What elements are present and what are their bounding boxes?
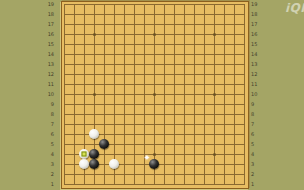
row-label: 5 xyxy=(251,139,265,149)
star-point xyxy=(153,93,156,96)
row-label: 5 xyxy=(40,139,54,149)
row-label: 4 xyxy=(40,149,54,159)
row-label: 16 xyxy=(251,29,265,39)
row-label: 8 xyxy=(40,109,54,119)
row-label: 17 xyxy=(251,19,265,29)
stone-black-D4 xyxy=(89,149,99,159)
stone-black-E5 xyxy=(99,139,109,149)
row-label: 1 xyxy=(251,179,265,189)
row-label: 2 xyxy=(40,169,54,179)
row-labels-right: 19181716151413121110987654321 xyxy=(251,0,265,190)
star-point xyxy=(153,153,156,156)
row-label: 9 xyxy=(40,99,54,109)
row-label: 11 xyxy=(251,79,265,89)
row-label: 3 xyxy=(40,159,54,169)
stone-black-K3: ✦ xyxy=(149,159,159,169)
row-label: 15 xyxy=(251,39,265,49)
sparkle-icon: ✦ xyxy=(144,155,150,162)
row-label: 1 xyxy=(40,179,54,189)
star-point xyxy=(93,33,96,36)
row-label: 10 xyxy=(40,89,54,99)
row-label: 13 xyxy=(251,59,265,69)
stone-white-F3 xyxy=(109,159,119,169)
star-point xyxy=(153,33,156,36)
row-label: 16 xyxy=(40,29,54,39)
row-label: 14 xyxy=(251,49,265,59)
row-label: 15 xyxy=(40,39,54,49)
row-label: 12 xyxy=(40,69,54,79)
star-point xyxy=(213,153,216,156)
stone-black-D3 xyxy=(89,159,99,169)
row-label: 19 xyxy=(251,0,265,9)
stone-white-C3 xyxy=(79,159,89,169)
row-label: 3 xyxy=(251,159,265,169)
iqiyi-watermark: iQIYI xyxy=(285,1,304,15)
row-label: 7 xyxy=(40,119,54,129)
row-labels-left: 19181716151413121110987654321 xyxy=(40,0,54,190)
row-label: 19 xyxy=(40,0,54,9)
row-label: 10 xyxy=(251,89,265,99)
row-label: 6 xyxy=(251,129,265,139)
row-label: 2 xyxy=(251,169,265,179)
row-label: 6 xyxy=(40,129,54,139)
row-label: 18 xyxy=(251,9,265,19)
star-point xyxy=(93,93,96,96)
star-point xyxy=(213,33,216,36)
star-point xyxy=(213,93,216,96)
video-frame: ✦ 19181716151413121110987654321 19181716… xyxy=(0,0,304,190)
row-label: 4 xyxy=(251,149,265,159)
square-marker xyxy=(82,152,87,157)
row-label: 18 xyxy=(40,9,54,19)
row-label: 8 xyxy=(251,109,265,119)
row-label: 13 xyxy=(40,59,54,69)
row-label: 14 xyxy=(40,49,54,59)
board-grid[interactable]: ✦ xyxy=(59,0,249,189)
stone-white-C4 xyxy=(79,149,89,159)
row-label: 17 xyxy=(40,19,54,29)
row-label: 11 xyxy=(40,79,54,89)
row-label: 12 xyxy=(251,69,265,79)
stone-white-D6 xyxy=(89,129,99,139)
row-label: 9 xyxy=(251,99,265,109)
row-label: 7 xyxy=(251,119,265,129)
